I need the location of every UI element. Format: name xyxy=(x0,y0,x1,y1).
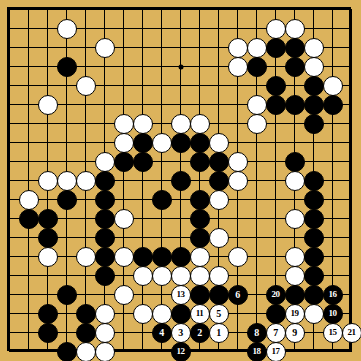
move-number-label: 20 xyxy=(272,290,280,299)
white-stone xyxy=(285,209,305,229)
black-stone xyxy=(323,95,343,115)
black-stone xyxy=(57,285,77,305)
move-17-white-stone: 17 xyxy=(266,342,286,361)
black-stone xyxy=(266,95,286,115)
white-stone xyxy=(247,38,267,58)
black-stone xyxy=(133,133,153,153)
move-number-label: 2 xyxy=(197,328,202,338)
white-stone xyxy=(190,266,210,286)
black-stone xyxy=(171,171,191,191)
black-stone xyxy=(285,38,305,58)
white-stone xyxy=(38,171,58,191)
move-12-black-stone: 12 xyxy=(171,342,191,361)
move-number-label: 9 xyxy=(292,328,297,338)
black-stone xyxy=(133,152,153,172)
move-number-label: 5 xyxy=(216,309,221,319)
black-stone xyxy=(190,209,210,229)
move-13-white-stone: 13 xyxy=(171,285,191,305)
white-stone xyxy=(152,266,172,286)
white-stone xyxy=(190,114,210,134)
hoshi-point xyxy=(178,64,183,69)
black-stone xyxy=(38,228,58,248)
move-number-label: 7 xyxy=(273,328,278,338)
white-stone xyxy=(209,133,229,153)
white-stone xyxy=(38,247,58,267)
white-stone xyxy=(76,171,96,191)
white-stone xyxy=(209,266,229,286)
white-stone xyxy=(114,114,134,134)
move-20-black-stone: 20 xyxy=(266,285,286,305)
black-stone xyxy=(95,209,115,229)
white-stone xyxy=(304,57,324,77)
black-stone xyxy=(133,247,153,267)
white-stone xyxy=(285,266,305,286)
move-number-label: 1 xyxy=(216,328,221,338)
white-stone xyxy=(133,114,153,134)
black-stone xyxy=(304,114,324,134)
white-stone xyxy=(114,133,134,153)
black-stone xyxy=(266,38,286,58)
white-stone xyxy=(228,57,248,77)
move-6-black-stone: 6 xyxy=(228,285,248,305)
white-stone xyxy=(95,323,115,343)
white-stone xyxy=(95,38,115,58)
black-stone xyxy=(304,228,324,248)
white-stone xyxy=(76,247,96,267)
black-stone xyxy=(209,285,229,305)
black-stone xyxy=(190,228,210,248)
white-stone xyxy=(38,95,58,115)
white-stone xyxy=(228,152,248,172)
black-stone xyxy=(304,266,324,286)
move-2-black-stone: 2 xyxy=(190,323,210,343)
move-number-label: 16 xyxy=(329,290,337,299)
white-stone xyxy=(247,114,267,134)
move-number-label: 12 xyxy=(177,347,185,356)
white-stone xyxy=(285,19,305,39)
black-stone xyxy=(95,266,115,286)
black-stone xyxy=(304,95,324,115)
move-number-label: 10 xyxy=(329,309,337,318)
black-stone xyxy=(38,304,58,324)
black-stone xyxy=(190,152,210,172)
white-stone xyxy=(190,247,210,267)
black-stone xyxy=(152,190,172,210)
move-number-label: 15 xyxy=(329,328,337,337)
white-stone xyxy=(114,285,134,305)
black-stone xyxy=(190,190,210,210)
move-10-black-stone: 10 xyxy=(323,304,343,324)
go-board-diagram: 1362016115191043218791521121817 xyxy=(0,0,361,361)
move-number-label: 11 xyxy=(196,309,204,318)
white-stone xyxy=(304,304,324,324)
white-stone xyxy=(152,304,172,324)
black-stone xyxy=(304,76,324,96)
white-stone xyxy=(228,247,248,267)
move-16-black-stone: 16 xyxy=(323,285,343,305)
move-5-white-stone: 5 xyxy=(209,304,229,324)
black-stone xyxy=(247,57,267,77)
black-stone xyxy=(38,323,58,343)
move-number-label: 6 xyxy=(235,290,240,300)
black-stone xyxy=(114,152,134,172)
black-stone xyxy=(285,95,305,115)
move-11-white-stone: 11 xyxy=(190,304,210,324)
white-stone xyxy=(323,76,343,96)
black-stone xyxy=(76,323,96,343)
white-stone xyxy=(152,133,172,153)
white-stone xyxy=(247,95,267,115)
white-stone xyxy=(114,209,134,229)
move-number-label: 13 xyxy=(177,290,185,299)
black-stone xyxy=(95,171,115,191)
black-stone xyxy=(95,190,115,210)
black-stone xyxy=(95,247,115,267)
white-stone xyxy=(209,190,229,210)
black-stone xyxy=(304,171,324,191)
black-stone xyxy=(152,247,172,267)
move-21-white-stone: 21 xyxy=(342,323,361,343)
black-stone xyxy=(304,247,324,267)
white-stone xyxy=(57,19,77,39)
black-stone xyxy=(171,247,191,267)
white-stone xyxy=(57,171,77,191)
white-stone xyxy=(76,76,96,96)
white-stone xyxy=(209,228,229,248)
white-stone xyxy=(285,171,305,191)
black-stone xyxy=(57,57,77,77)
black-stone xyxy=(266,304,286,324)
move-15-white-stone: 15 xyxy=(323,323,343,343)
move-number-label: 8 xyxy=(254,328,259,338)
move-number-label: 17 xyxy=(272,347,280,356)
black-stone xyxy=(285,57,305,77)
black-stone xyxy=(190,133,210,153)
move-1-white-stone: 1 xyxy=(209,323,229,343)
move-8-black-stone: 8 xyxy=(247,323,267,343)
black-stone xyxy=(171,304,191,324)
white-stone xyxy=(19,190,39,210)
black-stone xyxy=(95,228,115,248)
white-stone xyxy=(95,152,115,172)
black-stone xyxy=(57,342,77,361)
white-stone xyxy=(171,114,191,134)
white-stone xyxy=(133,304,153,324)
move-19-white-stone: 19 xyxy=(285,304,305,324)
black-stone xyxy=(285,285,305,305)
move-number-label: 4 xyxy=(159,328,164,338)
white-stone xyxy=(285,247,305,267)
white-stone xyxy=(171,266,191,286)
black-stone xyxy=(76,304,96,324)
black-stone xyxy=(209,152,229,172)
move-number-label: 19 xyxy=(291,309,299,318)
black-stone xyxy=(171,133,191,153)
black-stone xyxy=(19,209,39,229)
black-stone xyxy=(38,209,58,229)
black-stone xyxy=(285,152,305,172)
black-stone xyxy=(304,190,324,210)
black-stone xyxy=(304,209,324,229)
white-stone xyxy=(266,19,286,39)
move-number-label: 18 xyxy=(253,347,261,356)
move-18-black-stone: 18 xyxy=(247,342,267,361)
white-stone xyxy=(114,247,134,267)
black-stone xyxy=(266,76,286,96)
black-stone xyxy=(57,190,77,210)
white-stone xyxy=(304,38,324,58)
white-stone xyxy=(76,342,96,361)
black-stone xyxy=(209,171,229,191)
move-number-label: 3 xyxy=(178,328,183,338)
move-3-white-stone: 3 xyxy=(171,323,191,343)
white-stone xyxy=(133,266,153,286)
white-stone xyxy=(95,342,115,361)
move-7-white-stone: 7 xyxy=(266,323,286,343)
move-4-black-stone: 4 xyxy=(152,323,172,343)
move-number-label: 21 xyxy=(348,328,356,337)
white-stone xyxy=(95,304,115,324)
black-stone xyxy=(190,285,210,305)
black-stone xyxy=(304,285,324,305)
move-9-white-stone: 9 xyxy=(285,323,305,343)
white-stone xyxy=(228,38,248,58)
white-stone xyxy=(228,171,248,191)
